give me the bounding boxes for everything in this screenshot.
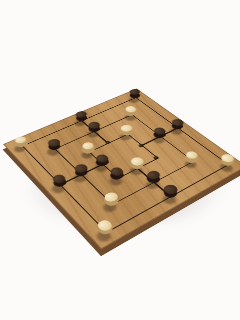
- perspective-scene: [0, 0, 240, 320]
- peg-light-f6[interactable]: [123, 105, 138, 114]
- peg-dark-g7[interactable]: [128, 88, 142, 96]
- peg-light-a1[interactable]: [95, 218, 114, 232]
- peg-dark-f4[interactable]: [152, 126, 168, 135]
- morris-board: [3, 89, 240, 250]
- peg-dark-g4[interactable]: [170, 118, 185, 127]
- peg-dark-b4[interactable]: [73, 163, 90, 174]
- peg-dark-d6[interactable]: [86, 121, 101, 130]
- hole-d5: [105, 141, 111, 145]
- pegs-layer: [3, 89, 240, 250]
- hole-e3: [153, 156, 160, 160]
- peg-dark-d2[interactable]: [145, 169, 162, 181]
- peg-dark-d7[interactable]: [74, 110, 89, 119]
- peg-light-f2[interactable]: [183, 150, 200, 161]
- peg-dark-b6[interactable]: [46, 138, 62, 148]
- product-photo-canvas: [0, 0, 240, 320]
- peg-dark-d1[interactable]: [161, 183, 179, 195]
- peg-light-d3[interactable]: [129, 156, 146, 167]
- peg-light-g1[interactable]: [219, 153, 236, 164]
- peg-light-a7[interactable]: [13, 135, 29, 145]
